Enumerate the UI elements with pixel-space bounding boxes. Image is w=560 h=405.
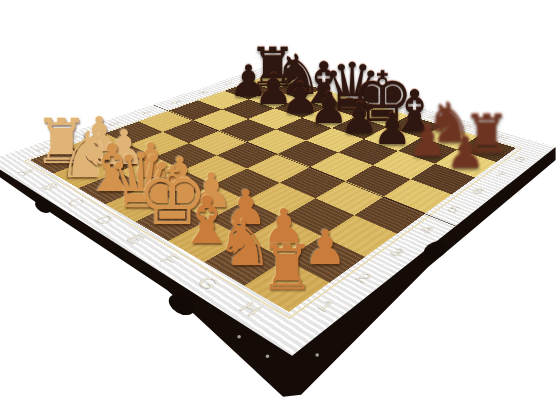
side-glint	[315, 353, 319, 357]
side-glint	[237, 335, 241, 339]
side-glint	[266, 355, 270, 359]
chess-set-photo: AABBCCDDEEFFGGHH1122334455667788 ♜♞♝♛♚♝♞…	[0, 0, 560, 405]
